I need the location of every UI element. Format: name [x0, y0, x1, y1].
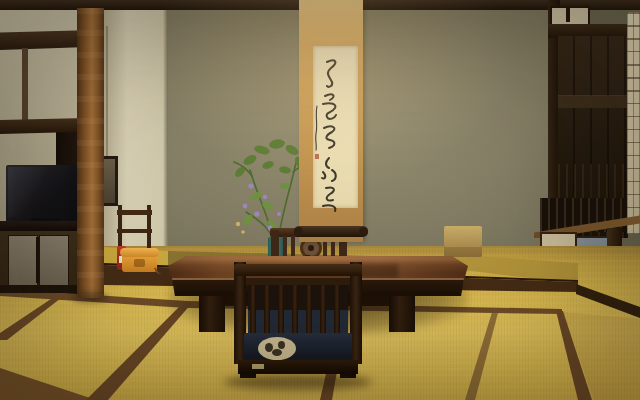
- cabinet-door-right: [39, 235, 69, 287]
- hanging-scroll: [299, 0, 363, 242]
- near-chair-second-rail: [246, 278, 350, 285]
- folded-cushions: [444, 226, 482, 257]
- cabinet-handle-gap: [36, 237, 39, 283]
- shelf-trim: [22, 48, 28, 120]
- shoji-grid: [627, 12, 640, 234]
- medallion-hole: [308, 245, 314, 251]
- rack-bar-top: [117, 210, 152, 215]
- scroll-paper-panel: [313, 46, 358, 208]
- transom-divider: [566, 8, 570, 22]
- scroll-roller-bar: [294, 226, 368, 237]
- tv-screen-glare: [8, 167, 76, 217]
- near-chair-foot-left: [240, 372, 256, 378]
- phone-dial: [134, 259, 145, 267]
- near-chair-slat: [250, 285, 256, 333]
- cabinet-top-board: [0, 221, 85, 231]
- post-grain: [77, 8, 104, 298]
- tokobashira-post: [77, 8, 104, 298]
- near-chair-slat: [264, 285, 270, 333]
- alcove-window-pane: [104, 159, 115, 203]
- cabinet-base: [0, 285, 85, 293]
- door-rail: [558, 96, 628, 108]
- crest-mark: [272, 349, 282, 356]
- near-chair-slat: [292, 285, 298, 333]
- near-chair-top-rail: [234, 264, 362, 276]
- roller-knob-left: [294, 227, 303, 236]
- cushion-crest-medallion: [258, 337, 296, 360]
- roller-knob-right: [359, 227, 368, 236]
- near-chair-slat: [278, 285, 284, 333]
- television: [6, 165, 78, 223]
- tatami-room-photo: [0, 0, 640, 400]
- crest-mark: [278, 341, 285, 349]
- lower-shelf: [0, 118, 86, 134]
- phone-handset: [120, 248, 159, 257]
- near-chair-slat: [334, 285, 340, 333]
- near-chair-slat: [320, 285, 326, 333]
- base-tag: [252, 364, 264, 369]
- tv-cabinet: [0, 221, 85, 293]
- alcove-corner-trim: [163, 8, 168, 254]
- telephone: [122, 248, 157, 272]
- near-chair-slat: [306, 285, 312, 333]
- table-leg-right: [389, 290, 415, 332]
- shoji-screen: [627, 12, 640, 234]
- near-chair-foot-right: [340, 372, 356, 378]
- zaisu-near: [232, 260, 364, 392]
- cabinet-door-left: [8, 235, 38, 287]
- table-leg-left: [199, 290, 225, 332]
- rack-bar-mid: [117, 229, 152, 233]
